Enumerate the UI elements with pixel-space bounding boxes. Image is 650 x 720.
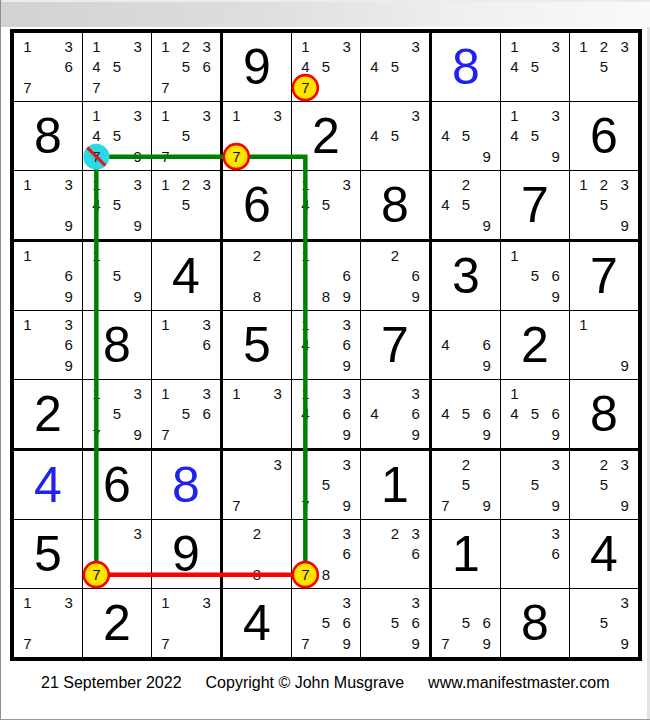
- candidate-5: 5: [176, 404, 197, 425]
- candidate-grid: 2579: [432, 451, 500, 519]
- candidate-3: 3: [196, 314, 217, 335]
- cell-r3c2[interactable]: 13459: [83, 171, 152, 242]
- candidate-3: 3: [127, 36, 148, 57]
- cell-r5c5[interactable]: 13469: [292, 311, 361, 380]
- cell-r9c4[interactable]: 4: [223, 589, 292, 657]
- candidate-1: 1: [573, 314, 594, 335]
- candidate-grid: 1345: [501, 33, 569, 101]
- candidate-1: 1: [226, 383, 247, 404]
- candidate-5: 5: [525, 266, 546, 287]
- candidate-grid: 1235: [152, 171, 220, 239]
- cell-r3c1[interactable]: 139: [14, 171, 83, 242]
- candidate-grid: 1569: [501, 242, 569, 310]
- candidate-grid: 14569: [501, 380, 569, 448]
- candidate-1: 1: [155, 105, 176, 126]
- candidate-grid: 4569: [432, 380, 500, 448]
- cell-r9c1[interactable]: 137: [14, 589, 83, 657]
- cell-r8c1[interactable]: 5: [14, 520, 83, 589]
- sudoku-app-page: { "game": "sudoku", "position": { "given…: [0, 0, 650, 720]
- candidate-5: 5: [594, 613, 615, 634]
- candidate-grid: 13579: [83, 380, 151, 448]
- candidate-grid: 36: [501, 520, 569, 588]
- candidate-3: 3: [127, 105, 148, 126]
- candidate-5: 5: [316, 475, 337, 496]
- solved-digit: 4: [34, 460, 62, 510]
- candidate-5: 5: [456, 475, 477, 496]
- candidate-2: 2: [594, 36, 615, 57]
- candidate-1: 1: [295, 245, 316, 266]
- candidate-grid: 459: [432, 102, 500, 170]
- candidate-5: 5: [316, 57, 337, 78]
- given-digit: 4: [172, 251, 200, 301]
- candidate-6: 6: [196, 57, 217, 78]
- cell-r6c7[interactable]: 4569: [432, 380, 501, 451]
- candidate-grid: 159: [83, 242, 151, 310]
- cell-r6c5[interactable]: 13469: [292, 380, 361, 451]
- cell-r9c3[interactable]: 137: [152, 589, 223, 657]
- candidate-2: 2: [247, 523, 268, 544]
- candidate-grid: 134579: [83, 102, 151, 170]
- given-digit: 9: [172, 529, 200, 579]
- candidate-3: 3: [545, 454, 566, 475]
- given-digit: 6: [590, 111, 618, 161]
- candidate-3: 3: [336, 454, 357, 475]
- candidate-5: 5: [176, 195, 197, 216]
- candidate-6: 6: [476, 404, 497, 425]
- candidate-6: 6: [336, 544, 357, 565]
- given-digit: 8: [103, 320, 131, 370]
- cell-r9c9[interactable]: 359: [570, 589, 638, 657]
- cell-r6c8[interactable]: 14569: [501, 380, 570, 451]
- candidate-grid: 19: [570, 311, 638, 379]
- given-digit: 9: [243, 42, 271, 92]
- cell-r5c8[interactable]: 2: [501, 311, 570, 380]
- candidate-5: 5: [594, 475, 615, 496]
- cell-r3c6[interactable]: 8: [361, 171, 432, 242]
- candidate-7: 7: [86, 564, 107, 585]
- cell-r5c6[interactable]: 7: [361, 311, 432, 380]
- candidate-9: 9: [58, 215, 79, 236]
- candidate-4: 4: [364, 126, 385, 147]
- cell-r4c7[interactable]: 3: [432, 242, 501, 311]
- cell-r8c2[interactable]: 37: [83, 520, 152, 589]
- candidate-grid: 2359: [570, 451, 638, 519]
- candidate-6: 6: [196, 335, 217, 356]
- candidate-7: 7: [435, 495, 456, 516]
- given-digit: 7: [590, 251, 618, 301]
- candidate-2: 2: [247, 245, 268, 266]
- candidate-1: 1: [86, 383, 107, 404]
- candidate-3: 3: [336, 523, 357, 544]
- cell-r8c7[interactable]: 1: [432, 520, 501, 589]
- cell-r1c9[interactable]: 1235: [570, 33, 638, 102]
- candidate-5: 5: [176, 126, 197, 147]
- candidate-7: 7: [295, 564, 316, 585]
- candidate-grid: 1369: [14, 311, 82, 379]
- candidate-3: 3: [336, 592, 357, 613]
- cell-r7c7[interactable]: 2579: [432, 451, 501, 520]
- candidate-grid: 1689: [292, 242, 360, 310]
- candidate-grid: 123567: [152, 33, 220, 101]
- given-digit: 5: [34, 529, 62, 579]
- candidate-4: 4: [86, 195, 107, 216]
- candidate-1: 1: [504, 105, 525, 126]
- cell-r5c2[interactable]: 8: [83, 311, 152, 380]
- cell-r2c1[interactable]: 8: [14, 102, 83, 171]
- candidate-9: 9: [336, 495, 357, 516]
- candidate-4: 4: [295, 57, 316, 78]
- cell-r3c4[interactable]: 6: [223, 171, 292, 242]
- candidate-3: 3: [405, 383, 426, 404]
- candidate-5: 5: [456, 195, 477, 216]
- candidate-1: 1: [17, 36, 38, 57]
- cell-r7c1[interactable]: 4: [14, 451, 83, 520]
- candidate-9: 9: [476, 355, 497, 376]
- cell-r2c5[interactable]: 2: [292, 102, 361, 171]
- candidate-3: 3: [127, 383, 148, 404]
- candidate-3: 3: [336, 314, 357, 335]
- candidate-grid: 136: [152, 311, 220, 379]
- candidate-7: 7: [86, 424, 107, 445]
- cell-r4c8[interactable]: 1569: [501, 242, 570, 311]
- candidate-grid: 13457: [83, 33, 151, 101]
- candidate-5: 5: [107, 126, 128, 147]
- cell-r4c9[interactable]: 7: [570, 242, 638, 311]
- candidate-grid: 137: [152, 589, 220, 657]
- candidate-9: 9: [58, 286, 79, 307]
- candidate-9: 9: [614, 495, 635, 516]
- candidate-5: 5: [385, 613, 406, 634]
- cell-r7c2[interactable]: 6: [83, 451, 152, 520]
- candidate-2: 2: [176, 36, 197, 57]
- cell-r1c2[interactable]: 13457: [83, 33, 152, 102]
- cell-r9c2[interactable]: 2: [83, 589, 152, 657]
- candidate-9: 9: [476, 215, 497, 236]
- cell-r8c6[interactable]: 236: [361, 520, 432, 589]
- cell-r1c3[interactable]: 123567: [152, 33, 223, 102]
- sudoku-board: 1367134571235679134573458134512358134579…: [10, 29, 642, 661]
- cell-r7c5[interactable]: 3579: [292, 451, 361, 520]
- candidate-5: 5: [316, 195, 337, 216]
- candidate-9: 9: [405, 286, 426, 307]
- candidate-7: 7: [226, 146, 247, 167]
- cell-r9c8[interactable]: 8: [501, 589, 570, 657]
- candidate-3: 3: [196, 105, 217, 126]
- candidate-9: 9: [127, 146, 148, 167]
- candidate-5: 5: [525, 126, 546, 147]
- candidate-grid: 37: [83, 520, 151, 588]
- candidate-7: 7: [295, 77, 316, 98]
- candidate-grid: 3579: [292, 451, 360, 519]
- candidate-1: 1: [17, 174, 38, 195]
- candidate-1: 1: [573, 36, 594, 57]
- candidate-grid: 269: [361, 242, 429, 310]
- given-digit: 6: [103, 460, 131, 510]
- candidate-3: 3: [196, 36, 217, 57]
- candidate-9: 9: [476, 495, 497, 516]
- candidate-3: 3: [58, 174, 79, 195]
- given-digit: 4: [590, 529, 618, 579]
- candidate-3: 3: [614, 592, 635, 613]
- cell-r2c9[interactable]: 6: [570, 102, 638, 171]
- candidate-grid: 3469: [361, 380, 429, 448]
- cell-r7c8[interactable]: 359: [501, 451, 570, 520]
- given-digit: 1: [452, 529, 480, 579]
- cell-r4c5[interactable]: 1689: [292, 242, 361, 311]
- cell-r2c6[interactable]: 345: [361, 102, 432, 171]
- cell-r1c7[interactable]: 8: [432, 33, 501, 102]
- candidate-2: 2: [594, 454, 615, 475]
- candidate-6: 6: [545, 266, 566, 287]
- cell-r1c1[interactable]: 1367: [14, 33, 83, 102]
- candidate-4: 4: [86, 57, 107, 78]
- candidate-6: 6: [58, 266, 79, 287]
- window-top-bar: [1, 0, 650, 27]
- cell-r7c6[interactable]: 1: [361, 451, 432, 520]
- candidate-grid: 359: [570, 589, 638, 657]
- cell-r5c3[interactable]: 136: [152, 311, 223, 380]
- candidate-1: 1: [295, 314, 316, 335]
- given-digit: 8: [34, 111, 62, 161]
- candidate-9: 9: [336, 355, 357, 376]
- cell-r1c5[interactable]: 13457: [292, 33, 361, 102]
- cell-r8c3[interactable]: 9: [152, 520, 223, 589]
- candidate-3: 3: [127, 174, 148, 195]
- candidate-5: 5: [456, 126, 477, 147]
- candidate-6: 6: [545, 404, 566, 425]
- candidate-5: 5: [525, 404, 546, 425]
- candidate-4: 4: [435, 195, 456, 216]
- cell-r1c4[interactable]: 9: [223, 33, 292, 102]
- candidate-grid: 13469: [292, 311, 360, 379]
- candidate-5: 5: [316, 613, 337, 634]
- candidate-9: 9: [545, 286, 566, 307]
- candidate-1: 1: [155, 592, 176, 613]
- given-digit: 8: [381, 180, 409, 230]
- candidate-grid: 1357: [152, 102, 220, 170]
- cell-r6c1[interactable]: 2: [14, 380, 83, 451]
- cell-r6c4[interactable]: 13: [223, 380, 292, 451]
- candidate-4: 4: [504, 126, 525, 147]
- candidate-grid: 13459: [83, 171, 151, 239]
- candidate-grid: 3678: [292, 520, 360, 588]
- candidate-7: 7: [435, 633, 456, 654]
- cell-r3c9[interactable]: 12359: [570, 171, 638, 242]
- candidate-4: 4: [435, 126, 456, 147]
- cell-r8c4[interactable]: 28: [223, 520, 292, 589]
- candidate-7: 7: [226, 495, 247, 516]
- cell-r4c2[interactable]: 159: [83, 242, 152, 311]
- candidate-9: 9: [336, 286, 357, 307]
- candidate-6: 6: [405, 613, 426, 634]
- given-digit: 2: [521, 320, 549, 370]
- cell-r4c6[interactable]: 269: [361, 242, 432, 311]
- candidate-3: 3: [405, 592, 426, 613]
- candidate-3: 3: [58, 36, 79, 57]
- candidate-8: 8: [316, 564, 337, 585]
- cell-r5c1[interactable]: 1369: [14, 311, 83, 380]
- given-digit: 6: [243, 180, 271, 230]
- candidate-3: 3: [336, 383, 357, 404]
- candidate-5: 5: [385, 126, 406, 147]
- candidate-5: 5: [107, 195, 128, 216]
- candidate-9: 9: [336, 633, 357, 654]
- candidate-grid: 5679: [432, 589, 500, 657]
- candidate-6: 6: [405, 404, 426, 425]
- candidate-7: 7: [17, 633, 38, 654]
- cell-r2c2[interactable]: 134579: [83, 102, 152, 171]
- candidate-3: 3: [127, 523, 148, 544]
- candidate-1: 1: [155, 314, 176, 335]
- cell-r5c4[interactable]: 5: [223, 311, 292, 380]
- candidate-grid: 137: [223, 102, 291, 170]
- given-digit: 2: [34, 389, 62, 439]
- candidate-9: 9: [127, 424, 148, 445]
- candidate-5: 5: [525, 475, 546, 496]
- candidate-1: 1: [17, 592, 38, 613]
- candidate-9: 9: [405, 424, 426, 445]
- candidate-5: 5: [107, 57, 128, 78]
- candidate-9: 9: [58, 355, 79, 376]
- candidate-1: 1: [504, 245, 525, 266]
- candidate-2: 2: [594, 174, 615, 195]
- cell-r3c8[interactable]: 7: [501, 171, 570, 242]
- candidate-1: 1: [155, 383, 176, 404]
- candidate-9: 9: [336, 424, 357, 445]
- cell-r7c9[interactable]: 2359: [570, 451, 638, 520]
- candidate-6: 6: [336, 335, 357, 356]
- candidate-1: 1: [86, 245, 107, 266]
- candidate-1: 1: [573, 174, 594, 195]
- candidate-6: 6: [476, 613, 497, 634]
- candidate-grid: 2459: [432, 171, 500, 239]
- candidate-grid: 169: [14, 242, 82, 310]
- cell-r7c3[interactable]: 8: [152, 451, 223, 520]
- candidate-3: 3: [58, 314, 79, 335]
- candidate-7: 7: [155, 424, 176, 445]
- candidate-7: 7: [155, 633, 176, 654]
- candidate-6: 6: [476, 335, 497, 356]
- candidate-3: 3: [267, 383, 288, 404]
- candidate-4: 4: [504, 57, 525, 78]
- cell-r3c5[interactable]: 1345: [292, 171, 361, 242]
- candidate-3: 3: [196, 383, 217, 404]
- candidate-9: 9: [545, 424, 566, 445]
- candidate-4: 4: [435, 404, 456, 425]
- candidate-9: 9: [476, 146, 497, 167]
- given-digit: 2: [103, 598, 131, 648]
- cell-r4c4[interactable]: 28: [223, 242, 292, 311]
- cell-r8c9[interactable]: 4: [570, 520, 638, 589]
- cell-r7c4[interactable]: 37: [223, 451, 292, 520]
- candidate-9: 9: [476, 424, 497, 445]
- candidate-1: 1: [295, 36, 316, 57]
- candidate-5: 5: [594, 195, 615, 216]
- given-digit: 1: [381, 460, 409, 510]
- cell-r6c9[interactable]: 8: [570, 380, 638, 451]
- cell-r4c3[interactable]: 4: [152, 242, 223, 311]
- candidate-1: 1: [86, 36, 107, 57]
- candidate-2: 2: [456, 454, 477, 475]
- cell-r1c6[interactable]: 345: [361, 33, 432, 102]
- candidate-grid: 236: [361, 520, 429, 588]
- candidate-1: 1: [504, 383, 525, 404]
- cell-r2c7[interactable]: 459: [432, 102, 501, 171]
- cell-r5c9[interactable]: 19: [570, 311, 638, 380]
- cell-r6c2[interactable]: 13579: [83, 380, 152, 451]
- candidate-9: 9: [614, 633, 635, 654]
- candidate-grid: 139: [14, 171, 82, 239]
- cell-r9c6[interactable]: 3569: [361, 589, 432, 657]
- cell-r3c3[interactable]: 1235: [152, 171, 223, 242]
- cell-r9c7[interactable]: 5679: [432, 589, 501, 657]
- cell-r6c3[interactable]: 13567: [152, 380, 223, 451]
- given-digit: 7: [381, 320, 409, 370]
- cell-r2c3[interactable]: 1357: [152, 102, 223, 171]
- candidate-3: 3: [405, 36, 426, 57]
- candidate-9: 9: [614, 215, 635, 236]
- candidate-3: 3: [267, 454, 288, 475]
- cell-r2c8[interactable]: 13459: [501, 102, 570, 171]
- candidate-7: 7: [155, 77, 176, 98]
- candidate-5: 5: [456, 404, 477, 425]
- candidate-grid: 137: [14, 589, 82, 657]
- cell-r4c1[interactable]: 169: [14, 242, 83, 311]
- candidate-5: 5: [525, 57, 546, 78]
- candidate-5: 5: [456, 613, 477, 634]
- candidate-3: 3: [545, 105, 566, 126]
- candidate-1: 1: [155, 36, 176, 57]
- candidate-6: 6: [58, 57, 79, 78]
- cell-r1c8[interactable]: 1345: [501, 33, 570, 102]
- candidate-4: 4: [435, 335, 456, 356]
- cell-r6c6[interactable]: 3469: [361, 380, 432, 451]
- candidate-3: 3: [405, 105, 426, 126]
- candidate-grid: 28: [223, 520, 291, 588]
- candidate-5: 5: [107, 266, 128, 287]
- candidate-grid: 13457: [292, 33, 360, 101]
- candidate-1: 1: [155, 174, 176, 195]
- cell-r2c4[interactable]: 137: [223, 102, 292, 171]
- candidate-5: 5: [594, 57, 615, 78]
- candidate-3: 3: [336, 36, 357, 57]
- cell-r8c5[interactable]: 3678: [292, 520, 361, 589]
- candidate-7: 7: [155, 146, 176, 167]
- cell-r3c7[interactable]: 2459: [432, 171, 501, 242]
- given-digit: 2: [312, 111, 340, 161]
- candidate-1: 1: [226, 105, 247, 126]
- candidate-8: 8: [247, 564, 268, 585]
- candidate-3: 3: [614, 454, 635, 475]
- candidate-grid: 13459: [501, 102, 569, 170]
- candidate-5: 5: [176, 57, 197, 78]
- cell-r9c5[interactable]: 35679: [292, 589, 361, 657]
- candidate-6: 6: [545, 544, 566, 565]
- candidate-6: 6: [336, 404, 357, 425]
- candidate-6: 6: [58, 335, 79, 356]
- candidate-1: 1: [17, 314, 38, 335]
- candidate-grid: 12359: [570, 171, 638, 239]
- candidate-2: 2: [456, 174, 477, 195]
- candidate-grid: 345: [361, 102, 429, 170]
- candidate-grid: 1345: [292, 171, 360, 239]
- caption-date: 21 September 2022: [41, 674, 182, 692]
- candidate-grid: 469: [432, 311, 500, 379]
- cell-r8c8[interactable]: 36: [501, 520, 570, 589]
- given-digit: 5: [243, 320, 271, 370]
- candidate-6: 6: [336, 613, 357, 634]
- cell-r5c7[interactable]: 469: [432, 311, 501, 380]
